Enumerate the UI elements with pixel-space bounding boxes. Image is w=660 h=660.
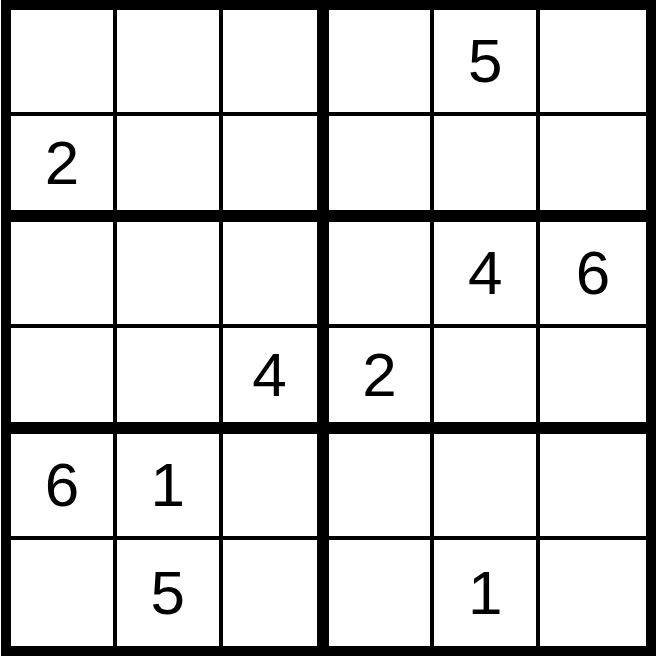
cell-r2c5[interactable] bbox=[434, 116, 540, 222]
sudoku-board: 5246426151 bbox=[1, 0, 656, 656]
cell-r5c2: 1 bbox=[117, 434, 223, 540]
cell-r6c1[interactable] bbox=[11, 540, 117, 646]
cell-r4c1[interactable] bbox=[11, 328, 117, 434]
given-digit: 5 bbox=[151, 562, 185, 624]
cell-r4c6[interactable] bbox=[540, 328, 646, 434]
cell-r5c5[interactable] bbox=[434, 434, 540, 540]
cell-r4c2[interactable] bbox=[117, 328, 223, 434]
cell-r1c6[interactable] bbox=[540, 10, 646, 116]
cell-r6c5: 1 bbox=[434, 540, 540, 646]
cell-r5c3[interactable] bbox=[223, 434, 329, 540]
given-digit: 2 bbox=[45, 132, 79, 194]
cell-r3c3[interactable] bbox=[223, 222, 329, 328]
cell-r6c3[interactable] bbox=[223, 540, 329, 646]
given-digit: 1 bbox=[468, 562, 502, 624]
cell-r1c1[interactable] bbox=[11, 10, 117, 116]
given-digit: 6 bbox=[45, 454, 79, 516]
cell-r1c5: 5 bbox=[434, 10, 540, 116]
cell-r3c2[interactable] bbox=[117, 222, 223, 328]
cell-r6c4[interactable] bbox=[329, 540, 435, 646]
cell-r4c5[interactable] bbox=[434, 328, 540, 434]
given-digit: 1 bbox=[151, 454, 185, 516]
given-digit: 4 bbox=[252, 344, 286, 406]
cell-r3c6: 6 bbox=[540, 222, 646, 328]
cell-r2c2[interactable] bbox=[117, 116, 223, 222]
cell-r3c1[interactable] bbox=[11, 222, 117, 328]
cell-r2c1: 2 bbox=[11, 116, 117, 222]
given-digit: 2 bbox=[362, 344, 396, 406]
cell-r6c6[interactable] bbox=[540, 540, 646, 646]
cell-r6c2: 5 bbox=[117, 540, 223, 646]
cell-r1c4[interactable] bbox=[329, 10, 435, 116]
given-digit: 5 bbox=[468, 30, 502, 92]
given-digit: 4 bbox=[468, 242, 502, 304]
given-digit: 6 bbox=[576, 242, 610, 304]
cell-r2c3[interactable] bbox=[223, 116, 329, 222]
cell-r2c4[interactable] bbox=[329, 116, 435, 222]
cell-r4c4: 2 bbox=[329, 328, 435, 434]
cell-r2c6[interactable] bbox=[540, 116, 646, 222]
cell-r4c3: 4 bbox=[223, 328, 329, 434]
cell-r3c5: 4 bbox=[434, 222, 540, 328]
cell-r1c2[interactable] bbox=[117, 10, 223, 116]
cell-r1c3[interactable] bbox=[223, 10, 329, 116]
cell-r3c4[interactable] bbox=[329, 222, 435, 328]
cell-r5c6[interactable] bbox=[540, 434, 646, 540]
cell-r5c1: 6 bbox=[11, 434, 117, 540]
cell-r5c4[interactable] bbox=[329, 434, 435, 540]
